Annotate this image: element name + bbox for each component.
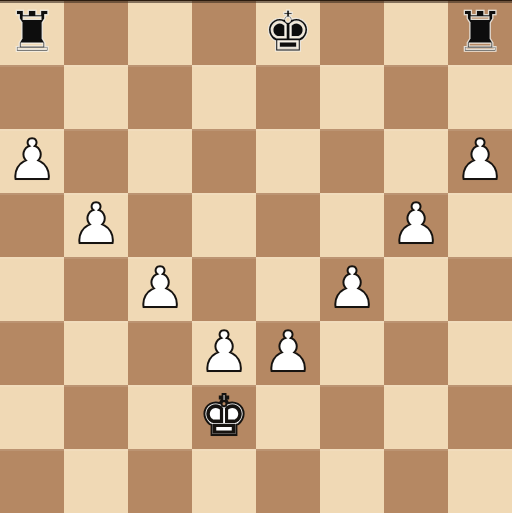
square-d3[interactable]: ♟ bbox=[192, 321, 256, 385]
white-pawn[interactable]: ♟ bbox=[327, 260, 377, 316]
square-e4[interactable] bbox=[256, 257, 320, 321]
square-f1[interactable] bbox=[320, 449, 384, 513]
black-rook[interactable]: ♜ bbox=[7, 4, 57, 60]
square-b4[interactable] bbox=[64, 257, 128, 321]
square-b1[interactable] bbox=[64, 449, 128, 513]
square-e5[interactable] bbox=[256, 193, 320, 257]
square-e6[interactable] bbox=[256, 129, 320, 193]
white-pawn[interactable]: ♟ bbox=[391, 196, 441, 252]
square-g5[interactable]: ♟ bbox=[384, 193, 448, 257]
square-f6[interactable] bbox=[320, 129, 384, 193]
square-d4[interactable] bbox=[192, 257, 256, 321]
square-g6[interactable] bbox=[384, 129, 448, 193]
square-a7[interactable] bbox=[0, 65, 64, 129]
square-a4[interactable] bbox=[0, 257, 64, 321]
square-c7[interactable] bbox=[128, 65, 192, 129]
square-c4[interactable]: ♟ bbox=[128, 257, 192, 321]
square-a1[interactable] bbox=[0, 449, 64, 513]
white-pawn[interactable]: ♟ bbox=[71, 196, 121, 252]
chess-board: ♜♚♜♟♟♟♟♟♟♟♟♚ bbox=[0, 1, 512, 513]
square-e7[interactable] bbox=[256, 65, 320, 129]
white-pawn[interactable]: ♟ bbox=[199, 324, 249, 380]
square-g4[interactable] bbox=[384, 257, 448, 321]
square-e3[interactable]: ♟ bbox=[256, 321, 320, 385]
square-h4[interactable] bbox=[448, 257, 512, 321]
square-a2[interactable] bbox=[0, 385, 64, 449]
square-d2[interactable]: ♚ bbox=[192, 385, 256, 449]
square-b6[interactable] bbox=[64, 129, 128, 193]
square-a5[interactable] bbox=[0, 193, 64, 257]
white-pawn[interactable]: ♟ bbox=[263, 324, 313, 380]
square-d1[interactable] bbox=[192, 449, 256, 513]
white-king[interactable]: ♚ bbox=[199, 388, 249, 444]
square-c1[interactable] bbox=[128, 449, 192, 513]
white-pawn[interactable]: ♟ bbox=[455, 132, 505, 188]
square-d6[interactable] bbox=[192, 129, 256, 193]
square-b3[interactable] bbox=[64, 321, 128, 385]
square-e2[interactable] bbox=[256, 385, 320, 449]
square-a8[interactable]: ♜ bbox=[0, 1, 64, 65]
square-h1[interactable] bbox=[448, 449, 512, 513]
square-d8[interactable] bbox=[192, 1, 256, 65]
square-d7[interactable] bbox=[192, 65, 256, 129]
square-f2[interactable] bbox=[320, 385, 384, 449]
square-a6[interactable]: ♟ bbox=[0, 129, 64, 193]
square-e8[interactable]: ♚ bbox=[256, 1, 320, 65]
black-king[interactable]: ♚ bbox=[263, 4, 313, 60]
white-pawn[interactable]: ♟ bbox=[135, 260, 185, 316]
square-a3[interactable] bbox=[0, 321, 64, 385]
black-rook[interactable]: ♜ bbox=[455, 4, 505, 60]
square-h7[interactable] bbox=[448, 65, 512, 129]
square-h5[interactable] bbox=[448, 193, 512, 257]
square-f4[interactable]: ♟ bbox=[320, 257, 384, 321]
chess-board-wrapper: ♜♚♜♟♟♟♟♟♟♟♟♚ bbox=[0, 0, 512, 513]
square-b7[interactable] bbox=[64, 65, 128, 129]
square-c3[interactable] bbox=[128, 321, 192, 385]
square-f5[interactable] bbox=[320, 193, 384, 257]
square-f8[interactable] bbox=[320, 1, 384, 65]
square-b2[interactable] bbox=[64, 385, 128, 449]
square-g3[interactable] bbox=[384, 321, 448, 385]
square-f3[interactable] bbox=[320, 321, 384, 385]
square-b8[interactable] bbox=[64, 1, 128, 65]
square-h3[interactable] bbox=[448, 321, 512, 385]
square-g8[interactable] bbox=[384, 1, 448, 65]
square-f7[interactable] bbox=[320, 65, 384, 129]
square-c5[interactable] bbox=[128, 193, 192, 257]
square-h8[interactable]: ♜ bbox=[448, 1, 512, 65]
white-pawn[interactable]: ♟ bbox=[7, 132, 57, 188]
square-g1[interactable] bbox=[384, 449, 448, 513]
square-c2[interactable] bbox=[128, 385, 192, 449]
square-h6[interactable]: ♟ bbox=[448, 129, 512, 193]
square-c6[interactable] bbox=[128, 129, 192, 193]
square-b5[interactable]: ♟ bbox=[64, 193, 128, 257]
square-d5[interactable] bbox=[192, 193, 256, 257]
square-g2[interactable] bbox=[384, 385, 448, 449]
square-c8[interactable] bbox=[128, 1, 192, 65]
square-g7[interactable] bbox=[384, 65, 448, 129]
square-h2[interactable] bbox=[448, 385, 512, 449]
square-e1[interactable] bbox=[256, 449, 320, 513]
